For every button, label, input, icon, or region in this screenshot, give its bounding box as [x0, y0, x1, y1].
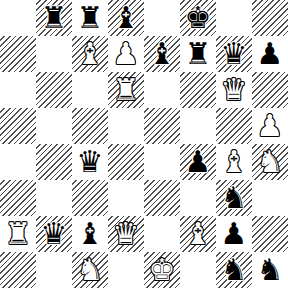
square-h6[interactable]: [252, 72, 288, 108]
square-b4[interactable]: [36, 144, 72, 180]
square-g7[interactable]: ♛: [216, 36, 252, 72]
white-pawn[interactable]: ♟: [257, 108, 284, 144]
square-d3[interactable]: [108, 180, 144, 216]
white-queen[interactable]: ♛: [113, 216, 140, 252]
square-f1[interactable]: [180, 252, 216, 288]
square-e4[interactable]: [144, 144, 180, 180]
black-bishop[interactable]: ♝: [149, 36, 176, 72]
square-c7[interactable]: ♝: [72, 36, 108, 72]
black-knight[interactable]: ♞: [221, 252, 248, 288]
black-rook[interactable]: ♜: [77, 0, 104, 36]
square-h8[interactable]: [252, 0, 288, 36]
square-h5[interactable]: ♟: [252, 108, 288, 144]
square-d6[interactable]: ♜: [108, 72, 144, 108]
square-f8[interactable]: ♚: [180, 0, 216, 36]
white-bishop[interactable]: ♝: [221, 144, 248, 180]
square-d4[interactable]: [108, 144, 144, 180]
square-f3[interactable]: [180, 180, 216, 216]
square-h2[interactable]: [252, 216, 288, 252]
square-h7[interactable]: ♟: [252, 36, 288, 72]
square-a8[interactable]: [0, 0, 36, 36]
square-c1[interactable]: ♞: [72, 252, 108, 288]
chess-board: ♜♜♝♚♝♟♝♜♛♟♜♛♟♛♟♝♞♞♜♛♝♛♝♟♞♚♞♞: [0, 0, 288, 288]
square-b1[interactable]: [36, 252, 72, 288]
black-bishop[interactable]: ♝: [113, 0, 140, 36]
square-a5[interactable]: [0, 108, 36, 144]
square-b2[interactable]: ♛: [36, 216, 72, 252]
square-b8[interactable]: ♜: [36, 0, 72, 36]
white-pawn[interactable]: ♟: [113, 36, 140, 72]
black-queen[interactable]: ♛: [41, 216, 68, 252]
square-b7[interactable]: [36, 36, 72, 72]
square-g1[interactable]: ♞: [216, 252, 252, 288]
square-g5[interactable]: [216, 108, 252, 144]
square-g2[interactable]: ♟: [216, 216, 252, 252]
square-c3[interactable]: [72, 180, 108, 216]
square-f5[interactable]: [180, 108, 216, 144]
square-e3[interactable]: [144, 180, 180, 216]
square-f7[interactable]: ♜: [180, 36, 216, 72]
square-a7[interactable]: [0, 36, 36, 72]
black-queen[interactable]: ♛: [221, 36, 248, 72]
black-pawn[interactable]: ♟: [185, 144, 212, 180]
white-knight[interactable]: ♞: [257, 144, 284, 180]
square-e2[interactable]: [144, 216, 180, 252]
square-e6[interactable]: [144, 72, 180, 108]
square-d8[interactable]: ♝: [108, 0, 144, 36]
black-rook[interactable]: ♜: [185, 36, 212, 72]
black-bishop[interactable]: ♝: [77, 216, 104, 252]
square-c2[interactable]: ♝: [72, 216, 108, 252]
black-rook[interactable]: ♜: [41, 0, 68, 36]
square-g4[interactable]: ♝: [216, 144, 252, 180]
square-f4[interactable]: ♟: [180, 144, 216, 180]
square-f2[interactable]: ♝: [180, 216, 216, 252]
white-rook[interactable]: ♜: [5, 216, 32, 252]
square-h1[interactable]: ♞: [252, 252, 288, 288]
square-e5[interactable]: [144, 108, 180, 144]
black-pawn[interactable]: ♟: [221, 216, 248, 252]
black-queen[interactable]: ♛: [77, 144, 104, 180]
square-g8[interactable]: [216, 0, 252, 36]
black-knight[interactable]: ♞: [221, 180, 248, 216]
white-rook[interactable]: ♜: [113, 72, 140, 108]
white-queen[interactable]: ♛: [221, 72, 248, 108]
square-e7[interactable]: ♝: [144, 36, 180, 72]
square-a1[interactable]: [0, 252, 36, 288]
square-a2[interactable]: ♜: [0, 216, 36, 252]
black-pawn[interactable]: ♟: [257, 36, 284, 72]
white-knight[interactable]: ♞: [77, 252, 104, 288]
square-g6[interactable]: ♛: [216, 72, 252, 108]
white-bishop[interactable]: ♝: [185, 216, 212, 252]
square-b6[interactable]: [36, 72, 72, 108]
square-f6[interactable]: [180, 72, 216, 108]
square-e1[interactable]: ♚: [144, 252, 180, 288]
square-d2[interactable]: ♛: [108, 216, 144, 252]
square-b3[interactable]: [36, 180, 72, 216]
square-g3[interactable]: ♞: [216, 180, 252, 216]
square-a4[interactable]: [0, 144, 36, 180]
square-d5[interactable]: [108, 108, 144, 144]
square-e8[interactable]: [144, 0, 180, 36]
square-h3[interactable]: [252, 180, 288, 216]
square-a6[interactable]: [0, 72, 36, 108]
square-c8[interactable]: ♜: [72, 0, 108, 36]
square-h4[interactable]: ♞: [252, 144, 288, 180]
square-d1[interactable]: [108, 252, 144, 288]
square-b5[interactable]: [36, 108, 72, 144]
black-king[interactable]: ♚: [185, 0, 212, 36]
square-c4[interactable]: ♛: [72, 144, 108, 180]
black-knight[interactable]: ♞: [257, 252, 284, 288]
white-king[interactable]: ♚: [149, 252, 176, 288]
square-c6[interactable]: [72, 72, 108, 108]
square-c5[interactable]: [72, 108, 108, 144]
square-d7[interactable]: ♟: [108, 36, 144, 72]
square-a3[interactable]: [0, 180, 36, 216]
white-bishop[interactable]: ♝: [77, 36, 104, 72]
